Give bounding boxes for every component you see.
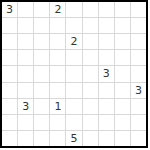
grid-cell[interactable]: 3: [2, 2, 17, 17]
clue-number: 3: [103, 68, 110, 79]
grid-cell[interactable]: [115, 131, 130, 146]
grid-cell[interactable]: [115, 34, 130, 49]
grid-cell[interactable]: [99, 99, 114, 114]
grid-cell[interactable]: [18, 131, 33, 146]
clue-number: 1: [54, 101, 61, 112]
grid-cell[interactable]: [66, 115, 81, 130]
grid-cell[interactable]: [66, 18, 81, 33]
grid-cell[interactable]: [18, 18, 33, 33]
grid-cell[interactable]: [34, 18, 49, 33]
grid-cell[interactable]: [66, 66, 81, 81]
grid-cell[interactable]: [131, 115, 146, 130]
grid-cell[interactable]: [99, 115, 114, 130]
grid-cell[interactable]: [34, 34, 49, 49]
grid-cell[interactable]: [99, 2, 114, 17]
grid-cell[interactable]: [99, 34, 114, 49]
grid-cell[interactable]: [131, 131, 146, 146]
grid-cell[interactable]: [34, 2, 49, 17]
grid-cell[interactable]: [83, 115, 98, 130]
grid-cell[interactable]: [50, 131, 65, 146]
grid-cell[interactable]: [131, 66, 146, 81]
grid-cell[interactable]: [66, 99, 81, 114]
grid-cell[interactable]: [2, 34, 17, 49]
grid-cell[interactable]: [99, 50, 114, 65]
grid-cell[interactable]: [131, 99, 146, 114]
grid-cell[interactable]: [83, 66, 98, 81]
grid-cell[interactable]: [83, 2, 98, 17]
puzzle-board: 32233315: [0, 0, 148, 148]
grid-cell[interactable]: 2: [50, 2, 65, 17]
grid-cell[interactable]: [131, 18, 146, 33]
grid-cell[interactable]: [131, 50, 146, 65]
grid-cell[interactable]: [34, 66, 49, 81]
grid-cell[interactable]: [83, 50, 98, 65]
grid-cell[interactable]: [18, 34, 33, 49]
grid-cell[interactable]: [2, 115, 17, 130]
grid-cell[interactable]: [99, 131, 114, 146]
grid-cell[interactable]: [83, 83, 98, 98]
grid-cell[interactable]: [83, 99, 98, 114]
grid-cell[interactable]: [115, 18, 130, 33]
grid-cell[interactable]: [50, 34, 65, 49]
grid-cell[interactable]: 5: [66, 131, 81, 146]
grid-cell[interactable]: [50, 83, 65, 98]
grid-cell[interactable]: [50, 115, 65, 130]
grid-cell[interactable]: [66, 50, 81, 65]
grid-cell[interactable]: [115, 2, 130, 17]
grid-cell[interactable]: 2: [66, 34, 81, 49]
grid-cell[interactable]: [2, 131, 17, 146]
grid-cell[interactable]: [2, 18, 17, 33]
grid-cell[interactable]: [83, 34, 98, 49]
grid-cell[interactable]: [115, 115, 130, 130]
grid-cell[interactable]: [18, 83, 33, 98]
clue-number: 2: [54, 4, 61, 15]
grid-cell[interactable]: [18, 2, 33, 17]
grid-cell[interactable]: [50, 50, 65, 65]
grid-cell[interactable]: [18, 50, 33, 65]
grid-cell[interactable]: [66, 83, 81, 98]
clue-number: 3: [22, 101, 29, 112]
grid-cell[interactable]: [50, 66, 65, 81]
clue-number: 2: [70, 36, 77, 47]
grid-cell[interactable]: [66, 2, 81, 17]
grid-cell[interactable]: [2, 83, 17, 98]
clue-number: 5: [70, 133, 77, 144]
grid-cell[interactable]: [18, 66, 33, 81]
grid-cell[interactable]: [115, 99, 130, 114]
grid-cell[interactable]: [115, 50, 130, 65]
grid-cell[interactable]: [83, 131, 98, 146]
grid-cell[interactable]: [115, 66, 130, 81]
clue-number: 3: [135, 85, 142, 96]
grid-cell[interactable]: [2, 50, 17, 65]
grid-cell[interactable]: 1: [50, 99, 65, 114]
grid-cell[interactable]: [34, 99, 49, 114]
grid-cell[interactable]: 3: [99, 66, 114, 81]
grid-cell[interactable]: [83, 18, 98, 33]
grid-cell[interactable]: [34, 131, 49, 146]
clue-number: 3: [6, 4, 13, 15]
grid-cell[interactable]: [2, 99, 17, 114]
grid-cell[interactable]: [99, 83, 114, 98]
grid-cell[interactable]: [131, 34, 146, 49]
grid-cell[interactable]: [50, 18, 65, 33]
grid-cell[interactable]: [34, 50, 49, 65]
grid-cell[interactable]: [131, 2, 146, 17]
grid-cell[interactable]: 3: [131, 83, 146, 98]
grid-cell[interactable]: 3: [18, 99, 33, 114]
grid-cell[interactable]: [34, 83, 49, 98]
grid-cell[interactable]: [115, 83, 130, 98]
grid-cell[interactable]: [18, 115, 33, 130]
grid-cell[interactable]: [99, 18, 114, 33]
grid-cell[interactable]: [2, 66, 17, 81]
grid-cell[interactable]: [34, 115, 49, 130]
